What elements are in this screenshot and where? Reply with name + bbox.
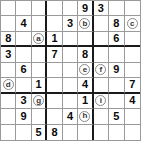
cell-r4c2[interactable] bbox=[16, 47, 31, 62]
cell-r3c8[interactable]: 6 bbox=[109, 32, 124, 47]
cell-r9c5[interactable] bbox=[63, 125, 78, 140]
cell-r1c7[interactable]: 3 bbox=[94, 1, 109, 16]
cell-r6c5[interactable] bbox=[63, 78, 78, 93]
cell-r5c1[interactable] bbox=[1, 63, 16, 78]
cell-r9c4[interactable]: 8 bbox=[47, 125, 62, 140]
cell-r6c9[interactable]: 7 bbox=[125, 78, 140, 93]
cell-r2c3[interactable] bbox=[32, 16, 47, 31]
cell-r2c4[interactable] bbox=[47, 16, 62, 31]
circled-letter-h: h bbox=[79, 111, 90, 122]
cell-r8c3[interactable] bbox=[32, 109, 47, 124]
cell-r3c3[interactable]: a bbox=[32, 32, 47, 47]
cell-r5c9[interactable] bbox=[125, 63, 140, 78]
cell-r6c2[interactable] bbox=[16, 78, 31, 93]
cell-r7c1[interactable] bbox=[1, 94, 16, 109]
cell-r8c1[interactable] bbox=[1, 109, 16, 124]
cell-r1c5[interactable] bbox=[63, 1, 78, 16]
cell-r1c8[interactable] bbox=[109, 1, 124, 16]
cell-r3c9[interactable] bbox=[125, 32, 140, 47]
cell-r2c2[interactable]: 4 bbox=[16, 16, 31, 31]
cell-r7c6[interactable]: 1 bbox=[78, 94, 93, 109]
circled-letter-e: e bbox=[79, 64, 90, 75]
cell-r4c3[interactable] bbox=[32, 47, 47, 62]
cell-r6c8[interactable] bbox=[109, 78, 124, 93]
circled-letter-a: a bbox=[33, 33, 44, 44]
cell-r4c4[interactable]: 7 bbox=[47, 47, 62, 62]
cell-r1c1[interactable] bbox=[1, 1, 16, 16]
cell-r5c7[interactable]: f bbox=[94, 63, 109, 78]
cell-r2c7[interactable] bbox=[94, 16, 109, 31]
cell-r7c9[interactable]: 4 bbox=[125, 94, 140, 109]
cell-r3c1[interactable]: 8 bbox=[1, 32, 16, 47]
cell-r5c4[interactable] bbox=[47, 63, 62, 78]
cell-r7c3[interactable]: g bbox=[32, 94, 47, 109]
circled-letter-c: c bbox=[127, 18, 138, 29]
cell-r2c1[interactable] bbox=[1, 16, 16, 31]
cell-r7c2[interactable]: 3 bbox=[16, 94, 31, 109]
cell-r2c5[interactable]: 3 bbox=[63, 16, 78, 31]
cell-r4c7[interactable] bbox=[94, 47, 109, 62]
cell-r9c8[interactable] bbox=[109, 125, 124, 140]
circled-letter-b: b bbox=[79, 18, 90, 29]
cell-r3c5[interactable] bbox=[63, 32, 78, 47]
cell-r5c5[interactable] bbox=[63, 63, 78, 78]
cell-r6c7[interactable] bbox=[94, 78, 109, 93]
cell-r3c7[interactable] bbox=[94, 32, 109, 47]
cell-r8c2[interactable]: 9 bbox=[16, 109, 31, 124]
cell-r4c9[interactable] bbox=[125, 47, 140, 62]
cell-r8c5[interactable]: 4 bbox=[63, 109, 78, 124]
circled-letter-g: g bbox=[33, 95, 44, 106]
cell-r6c6[interactable]: 4 bbox=[78, 78, 93, 93]
circled-letter-f: f bbox=[95, 64, 106, 75]
cell-r7c7[interactable]: i bbox=[94, 94, 109, 109]
cell-r8c6[interactable]: h bbox=[78, 109, 93, 124]
circled-letter-i: i bbox=[95, 95, 106, 106]
cell-r2c8[interactable]: 8 bbox=[109, 16, 124, 31]
cell-r1c9[interactable] bbox=[125, 1, 140, 16]
cell-r1c4[interactable] bbox=[47, 1, 62, 16]
cell-r3c2[interactable] bbox=[16, 32, 31, 47]
cell-r1c3[interactable] bbox=[32, 1, 47, 16]
circled-letter-d: d bbox=[3, 79, 14, 90]
cell-r4c8[interactable] bbox=[109, 47, 124, 62]
cell-r2c6[interactable]: b bbox=[78, 16, 93, 31]
cell-r7c8[interactable] bbox=[109, 94, 124, 109]
cell-r8c9[interactable] bbox=[125, 109, 140, 124]
cell-r7c5[interactable] bbox=[63, 94, 78, 109]
cell-r5c2[interactable]: 6 bbox=[16, 63, 31, 78]
cell-r6c1[interactable]: d bbox=[1, 78, 16, 93]
cell-r6c4[interactable] bbox=[47, 78, 62, 93]
cell-r6c3[interactable]: 1 bbox=[32, 78, 47, 93]
cell-r9c2[interactable] bbox=[16, 125, 31, 140]
cell-r5c6[interactable]: e bbox=[78, 63, 93, 78]
cell-r4c5[interactable] bbox=[63, 47, 78, 62]
cell-r1c2[interactable] bbox=[16, 1, 31, 16]
cell-r1c6[interactable]: 9 bbox=[78, 1, 93, 16]
cell-r8c4[interactable] bbox=[47, 109, 62, 124]
cell-r4c1[interactable]: 3 bbox=[1, 47, 16, 62]
cell-r9c1[interactable] bbox=[1, 125, 16, 140]
cell-r9c3[interactable]: 5 bbox=[32, 125, 47, 140]
cell-r9c9[interactable] bbox=[125, 125, 140, 140]
cell-r4c6[interactable]: 8 bbox=[78, 47, 93, 62]
cell-r5c3[interactable] bbox=[32, 63, 47, 78]
cell-r9c6[interactable] bbox=[78, 125, 93, 140]
cell-r7c4[interactable] bbox=[47, 94, 62, 109]
cell-r8c7[interactable] bbox=[94, 109, 109, 124]
cell-r3c4[interactable]: 1 bbox=[47, 32, 62, 47]
cell-r8c8[interactable]: 5 bbox=[109, 109, 124, 124]
cell-r5c8[interactable]: 9 bbox=[109, 63, 124, 78]
cell-r2c9[interactable]: c bbox=[125, 16, 140, 31]
cell-r9c7[interactable] bbox=[94, 125, 109, 140]
sudoku-board: 9343b8c8a163786ef9d1473g1i494h558 bbox=[0, 0, 141, 141]
cell-r3c6[interactable] bbox=[78, 32, 93, 47]
